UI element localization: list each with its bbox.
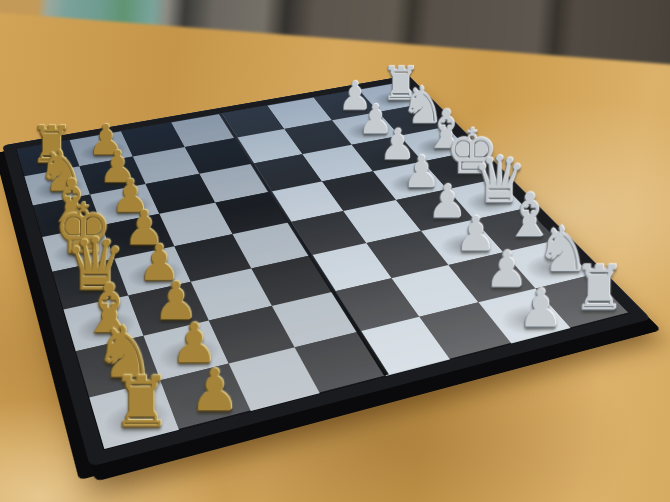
white-pawn-piece[interactable]: ♟ xyxy=(518,282,563,335)
black-pawn-piece[interactable]: ♟ xyxy=(190,361,239,419)
white-rook-piece[interactable]: ♜ xyxy=(572,258,625,320)
square-a7[interactable]: ♟ xyxy=(160,363,250,429)
black-rook-piece[interactable]: ♜ xyxy=(111,367,171,437)
background-wall-furniture xyxy=(0,0,670,67)
chess-board: ♜♟♟♜♞♟♟♞♝♟♟♝♚♟♟♚♛♟♟♛♝♟♟♝♞♟♟♞♜♟♟♜ xyxy=(17,82,628,449)
chess-board-3d-wrap: ♜♟♟♜♞♟♟♞♝♟♟♝♚♟♟♚♛♟♟♛♝♟♟♝♞♟♟♞♜♟♟♜ xyxy=(2,75,651,467)
chess-board-frame: ♜♟♟♜♞♟♟♞♝♟♟♝♚♟♟♚♛♟♟♛♝♟♟♝♞♟♟♞♜♟♟♜ xyxy=(2,75,651,467)
scene-photo-chess-set: ♜♟♟♜♞♟♟♞♝♟♟♝♚♟♟♚♛♟♟♛♝♟♟♝♞♟♟♞♜♟♟♜ xyxy=(0,0,670,502)
